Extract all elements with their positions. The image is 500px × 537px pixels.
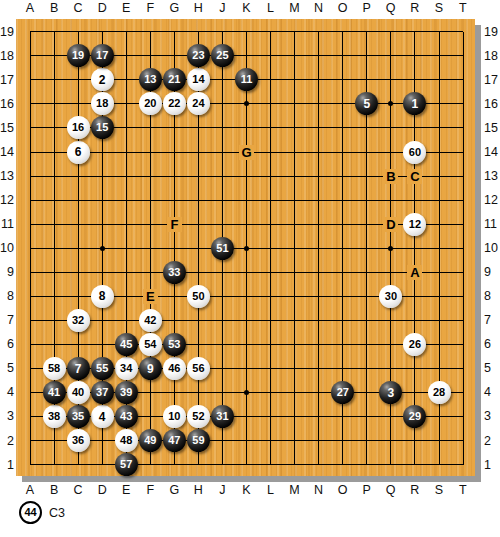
stone-black-39: 39 [115,381,138,404]
row-label-left-1: 1 [0,453,15,477]
stone-black-9: 9 [139,357,162,380]
row-label-left-7: 7 [0,308,15,332]
star-point [244,390,249,395]
row-labels-left: 19181716151413121110987654321 [0,20,14,477]
stone-black-57: 57 [115,453,138,476]
row-label-right-18: 18 [483,44,499,68]
col-label-bottom-D: D [90,483,114,497]
row-label-left-15: 15 [0,116,15,140]
row-label-right-4: 4 [483,380,499,404]
goban-board[interactable]: ABCDEFG123456789101112131415161718192021… [16,19,475,476]
stone-black-55: 55 [91,357,114,380]
stone-black-5: 5 [355,92,378,115]
marker-D: D [383,217,398,232]
star-point [100,246,105,251]
horizontal-grid-line [30,344,463,345]
row-label-right-16: 16 [483,92,499,116]
vertical-grid-line [318,32,319,465]
marker-A: A [407,265,422,280]
row-label-left-9: 9 [0,260,15,284]
col-label-bottom-H: H [186,483,210,497]
row-label-right-7: 7 [483,308,499,332]
stone-white-56: 56 [187,357,210,380]
stone-black-21: 21 [163,68,186,91]
col-label-top-R: R [403,1,427,15]
stone-white-2: 2 [91,68,114,91]
col-label-top-T: T [451,1,475,15]
col-label-bottom-E: E [114,483,138,497]
row-label-left-3: 3 [0,404,15,428]
col-label-top-J: J [210,1,234,15]
row-label-right-2: 2 [483,428,499,452]
col-label-top-C: C [66,1,90,15]
stone-white-30: 30 [379,285,402,308]
stone-white-40: 40 [67,381,90,404]
stone-white-24: 24 [187,92,210,115]
stone-black-11: 11 [235,68,258,91]
col-label-top-B: B [42,1,66,15]
col-label-bottom-A: A [18,483,42,497]
row-label-right-3: 3 [483,404,499,428]
horizontal-grid-line [30,440,463,441]
stone-black-37: 37 [91,381,114,404]
vertical-grid-line [463,32,464,465]
row-label-right-5: 5 [483,356,499,380]
row-label-left-17: 17 [0,68,15,92]
star-point [388,101,393,106]
stone-white-54: 54 [139,333,162,356]
row-label-right-17: 17 [483,68,499,92]
stone-white-58: 58 [43,357,66,380]
star-point [244,101,249,106]
stone-black-27: 27 [331,381,354,404]
stone-black-33: 33 [163,261,186,284]
marker-F: F [167,217,182,232]
stone-white-42: 42 [139,309,162,332]
vertical-grid-line [294,32,295,465]
marker-B: B [383,169,398,184]
horizontal-grid-line [30,320,463,321]
col-label-top-A: A [18,1,42,15]
row-label-right-12: 12 [483,188,499,212]
stone-white-4: 4 [91,405,114,428]
row-label-right-6: 6 [483,332,499,356]
row-label-left-5: 5 [0,356,15,380]
col-label-bottom-Q: Q [379,483,403,497]
col-label-bottom-J: J [210,483,234,497]
row-label-left-8: 8 [0,284,15,308]
stone-black-29: 29 [403,405,426,428]
stone-black-51: 51 [211,237,234,260]
go-kifu-diagram: ABCDEFGHJKLMNOPQRST 19181716151413121110… [0,0,500,537]
col-label-bottom-G: G [162,483,186,497]
row-label-left-12: 12 [0,188,15,212]
stone-black-59: 59 [187,429,210,452]
col-label-top-E: E [114,1,138,15]
col-label-top-S: S [427,1,451,15]
stone-white-34: 34 [115,357,138,380]
caption-move-44: 44 C3 [19,501,65,524]
col-label-bottom-K: K [234,483,258,497]
row-label-left-4: 4 [0,380,15,404]
stone-white-18: 18 [91,92,114,115]
row-label-left-19: 19 [0,20,15,44]
col-label-top-N: N [307,1,331,15]
marker-G: G [239,145,254,160]
col-label-bottom-F: F [138,483,162,497]
stone-black-35: 35 [67,405,90,428]
column-labels-top: ABCDEFGHJKLMNOPQRST [18,1,475,15]
stone-white-46: 46 [163,357,186,380]
row-label-right-8: 8 [483,284,499,308]
col-label-bottom-N: N [307,483,331,497]
stone-black-13: 13 [139,68,162,91]
stone-black-43: 43 [115,405,138,428]
stone-black-7: 7 [67,357,90,380]
stone-white-52: 52 [187,405,210,428]
col-label-bottom-P: P [355,483,379,497]
stone-black-19: 19 [67,44,90,67]
col-label-bottom-C: C [66,483,90,497]
row-label-left-13: 13 [0,164,15,188]
marker-E: E [143,289,158,304]
horizontal-grid-line [30,272,463,273]
col-label-bottom-S: S [427,483,451,497]
col-label-bottom-B: B [42,483,66,497]
stone-white-16: 16 [67,116,90,139]
row-label-left-11: 11 [0,212,15,236]
stone-white-38: 38 [43,405,66,428]
col-label-top-P: P [355,1,379,15]
stone-white-12: 12 [403,213,426,236]
row-label-right-13: 13 [483,164,499,188]
caption-coordinate: C3 [49,506,65,520]
col-label-bottom-M: M [283,483,307,497]
col-label-top-K: K [234,1,258,15]
stone-black-25: 25 [211,44,234,67]
col-label-bottom-L: L [258,483,282,497]
marker-C: C [407,169,422,184]
stone-black-49: 49 [139,429,162,452]
stone-black-45: 45 [115,333,138,356]
row-label-right-19: 19 [483,20,499,44]
stone-black-47: 47 [163,429,186,452]
stone-white-32: 32 [67,309,90,332]
row-label-left-16: 16 [0,92,15,116]
row-label-right-15: 15 [483,116,499,140]
stone-white-20: 20 [139,92,162,115]
stone-white-26: 26 [403,333,426,356]
col-label-bottom-R: R [403,483,427,497]
stone-black-31: 31 [211,405,234,428]
col-label-top-O: O [331,1,355,15]
stone-white-6: 6 [67,141,90,164]
col-label-top-M: M [283,1,307,15]
stone-white-10: 10 [163,405,186,428]
row-label-right-14: 14 [483,140,499,164]
row-label-left-14: 14 [0,140,15,164]
horizontal-grid-line [30,464,463,465]
stone-white-28: 28 [428,381,451,404]
col-label-bottom-O: O [331,483,355,497]
stone-white-36: 36 [67,429,90,452]
row-label-left-18: 18 [0,44,15,68]
col-label-top-L: L [258,1,282,15]
col-label-top-D: D [90,1,114,15]
row-label-right-9: 9 [483,260,499,284]
stone-black-53: 53 [163,333,186,356]
star-point [244,246,249,251]
row-label-right-11: 11 [483,212,499,236]
col-label-top-G: G [162,1,186,15]
stone-white-14: 14 [187,68,210,91]
stone-white-50: 50 [187,285,210,308]
column-labels-bottom: ABCDEFGHJKLMNOPQRST [18,483,475,497]
row-label-left-2: 2 [0,428,15,452]
row-label-right-10: 10 [483,236,499,260]
col-label-top-Q: Q [379,1,403,15]
vertical-grid-line [270,32,271,465]
stone-black-1: 1 [403,92,426,115]
stone-black-41: 41 [43,381,66,404]
row-labels-right: 19181716151413121110987654321 [483,20,499,477]
stone-black-3: 3 [379,381,402,404]
stone-black-15: 15 [91,116,114,139]
caption-white-stone-icon: 44 [19,501,42,524]
stone-white-48: 48 [115,429,138,452]
stone-white-60: 60 [403,141,426,164]
col-label-bottom-T: T [451,483,475,497]
row-label-left-10: 10 [0,236,15,260]
col-label-top-H: H [186,1,210,15]
stone-black-17: 17 [91,44,114,67]
stone-black-23: 23 [187,44,210,67]
row-label-right-1: 1 [483,453,499,477]
stone-white-8: 8 [91,285,114,308]
col-label-top-F: F [138,1,162,15]
row-label-left-6: 6 [0,332,15,356]
stone-white-22: 22 [163,92,186,115]
star-point [388,246,393,251]
